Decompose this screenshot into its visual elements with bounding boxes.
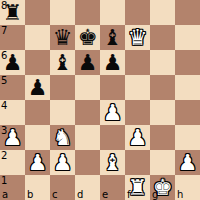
piece-white-pawn-h2[interactable]: ♟ <box>178 150 198 175</box>
square-f8[interactable] <box>125 0 150 25</box>
square-d3[interactable] <box>75 125 100 150</box>
square-h1[interactable]: h <box>175 175 200 200</box>
square-f7[interactable]: ♛ <box>125 25 150 50</box>
square-d1[interactable]: d <box>75 175 100 200</box>
square-c1[interactable]: c <box>50 175 75 200</box>
square-c6[interactable]: ♝ <box>50 50 75 75</box>
square-b1[interactable]: b <box>25 175 50 200</box>
piece-black-pawn-a6[interactable]: ♟ <box>3 50 23 75</box>
piece-black-bishop-e7[interactable]: ♝ <box>103 25 123 50</box>
square-g1[interactable]: g♚ <box>150 175 175 200</box>
piece-white-knight-c3[interactable]: ♞ <box>53 125 73 150</box>
piece-black-pawn-e6[interactable]: ♟ <box>103 50 123 75</box>
square-b5[interactable]: ♟ <box>25 75 50 100</box>
square-f3[interactable]: ♟ <box>125 125 150 150</box>
square-a7[interactable]: 7 <box>0 25 25 50</box>
square-d7[interactable]: ♚ <box>75 25 100 50</box>
piece-white-pawn-b2[interactable]: ♟ <box>28 150 48 175</box>
square-a8[interactable]: 8♜ <box>0 0 25 25</box>
square-d5[interactable] <box>75 75 100 100</box>
square-a3[interactable]: 3♟ <box>0 125 25 150</box>
square-h2[interactable]: ♟ <box>175 150 200 175</box>
rank-label-1: 1 <box>1 176 7 186</box>
piece-black-king-d7[interactable]: ♚ <box>78 25 98 50</box>
square-g4[interactable] <box>150 100 175 125</box>
file-label-b: b <box>27 190 33 200</box>
square-c2[interactable]: ♟ <box>50 150 75 175</box>
square-d8[interactable] <box>75 0 100 25</box>
square-h4[interactable] <box>175 100 200 125</box>
square-b4[interactable] <box>25 100 50 125</box>
square-g7[interactable] <box>150 25 175 50</box>
square-d2[interactable] <box>75 150 100 175</box>
square-e1[interactable]: e <box>100 175 125 200</box>
square-h5[interactable] <box>175 75 200 100</box>
square-h3[interactable] <box>175 125 200 150</box>
piece-white-king-g1[interactable]: ♚ <box>153 175 173 200</box>
square-f5[interactable] <box>125 75 150 100</box>
square-h8[interactable] <box>175 0 200 25</box>
piece-black-pawn-d6[interactable]: ♟ <box>78 50 98 75</box>
square-c8[interactable] <box>50 0 75 25</box>
square-e6[interactable]: ♟ <box>100 50 125 75</box>
square-g3[interactable] <box>150 125 175 150</box>
piece-white-pawn-e4[interactable]: ♟ <box>103 100 123 125</box>
square-e3[interactable] <box>100 125 125 150</box>
square-e4[interactable]: ♟ <box>100 100 125 125</box>
square-a4[interactable]: 4 <box>0 100 25 125</box>
square-e8[interactable] <box>100 0 125 25</box>
square-g8[interactable] <box>150 0 175 25</box>
file-label-d: d <box>77 190 83 200</box>
square-b6[interactable] <box>25 50 50 75</box>
piece-white-rook-f1[interactable]: ♜ <box>128 175 148 200</box>
piece-white-pawn-c2[interactable]: ♟ <box>53 150 73 175</box>
square-b3[interactable] <box>25 125 50 150</box>
rank-label-4: 4 <box>1 101 7 111</box>
piece-black-queen-c7[interactable]: ♛ <box>53 25 73 50</box>
rank-label-2: 2 <box>1 151 7 161</box>
square-a1[interactable]: 1a <box>0 175 25 200</box>
piece-black-pawn-b5[interactable]: ♟ <box>28 75 48 100</box>
square-h6[interactable] <box>175 50 200 75</box>
square-f2[interactable] <box>125 150 150 175</box>
square-g6[interactable] <box>150 50 175 75</box>
file-label-c: c <box>52 190 58 200</box>
square-e7[interactable]: ♝ <box>100 25 125 50</box>
file-label-h: h <box>177 190 183 200</box>
square-a2[interactable]: 2 <box>0 150 25 175</box>
square-g2[interactable] <box>150 150 175 175</box>
square-b2[interactable]: ♟ <box>25 150 50 175</box>
chess-board: 8♜7♛♚♝♛6♟♝♟♟5♟4♟3♟♞♟2♟♟♝♟1abcdef♜g♚h <box>0 0 200 200</box>
square-d4[interactable] <box>75 100 100 125</box>
square-e5[interactable] <box>100 75 125 100</box>
square-f1[interactable]: f♜ <box>125 175 150 200</box>
file-label-e: e <box>102 190 108 200</box>
file-label-a: a <box>2 190 8 200</box>
square-f6[interactable] <box>125 50 150 75</box>
rank-label-5: 5 <box>1 76 7 86</box>
piece-white-pawn-a3[interactable]: ♟ <box>3 125 23 150</box>
square-b8[interactable] <box>25 0 50 25</box>
square-g5[interactable] <box>150 75 175 100</box>
square-c7[interactable]: ♛ <box>50 25 75 50</box>
square-f4[interactable] <box>125 100 150 125</box>
square-d6[interactable]: ♟ <box>75 50 100 75</box>
square-e2[interactable]: ♝ <box>100 150 125 175</box>
square-a6[interactable]: 6♟ <box>0 50 25 75</box>
rank-label-7: 7 <box>1 26 7 36</box>
square-c5[interactable] <box>50 75 75 100</box>
square-b7[interactable] <box>25 25 50 50</box>
square-h7[interactable] <box>175 25 200 50</box>
piece-white-bishop-e2[interactable]: ♝ <box>103 150 123 175</box>
piece-black-bishop-c6[interactable]: ♝ <box>53 50 73 75</box>
square-a5[interactable]: 5 <box>0 75 25 100</box>
piece-white-queen-f7[interactable]: ♛ <box>128 25 148 50</box>
square-c3[interactable]: ♞ <box>50 125 75 150</box>
piece-white-pawn-f3[interactable]: ♟ <box>128 125 148 150</box>
square-c4[interactable] <box>50 100 75 125</box>
piece-black-rook-a8[interactable]: ♜ <box>3 0 23 25</box>
